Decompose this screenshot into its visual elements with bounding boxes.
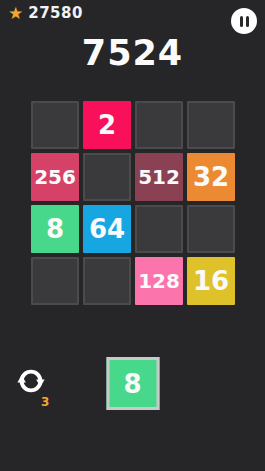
board-cell-r1c1[interactable] <box>31 101 79 149</box>
next-tile[interactable]: 8 <box>106 357 159 410</box>
current-score: 7524 <box>0 33 265 73</box>
board-cell-r3c2[interactable]: 64 <box>83 205 131 253</box>
coin-score-display: ★ 27580 <box>8 4 83 22</box>
pause-button[interactable] <box>231 8 257 34</box>
board-cell-r4c2[interactable] <box>83 257 131 305</box>
pause-icon <box>240 16 243 27</box>
star-icon: ★ <box>8 5 23 22</box>
game-board: 2 256 512 32 8 64 128 16 <box>31 101 235 305</box>
swap-count-badge: 3 <box>41 395 49 409</box>
board-cell-r3c3[interactable] <box>135 205 183 253</box>
board-cell-r3c1[interactable]: 8 <box>31 205 79 253</box>
pause-icon <box>246 16 249 27</box>
board-cell-r2c4[interactable]: 32 <box>187 153 235 201</box>
board-cell-r4c4[interactable]: 16 <box>187 257 235 305</box>
board-cell-r1c3[interactable] <box>135 101 183 149</box>
refresh-arrows-icon <box>16 366 46 396</box>
board-cell-r1c2[interactable]: 2 <box>83 101 131 149</box>
board-cell-r2c2[interactable] <box>83 153 131 201</box>
board-cell-r2c3[interactable]: 512 <box>135 153 183 201</box>
board-cell-r4c1[interactable] <box>31 257 79 305</box>
board-cell-r4c3[interactable]: 128 <box>135 257 183 305</box>
board-cell-r3c4[interactable] <box>187 205 235 253</box>
coin-score-value: 27580 <box>28 4 83 22</box>
board-cell-r1c4[interactable] <box>187 101 235 149</box>
board-cell-r2c1[interactable]: 256 <box>31 153 79 201</box>
app-screen: ★ 27580 7524 2 256 512 32 8 64 128 16 <box>0 0 265 471</box>
swap-control: 3 <box>16 366 56 412</box>
